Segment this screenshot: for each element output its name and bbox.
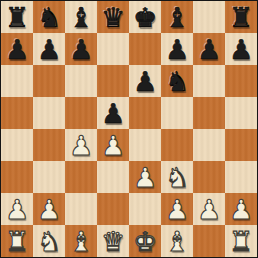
piece-black-knight[interactable]: ♞ bbox=[37, 4, 61, 31]
square-e2[interactable] bbox=[129, 193, 161, 225]
piece-white-pawn[interactable]: ♟ bbox=[133, 164, 157, 191]
square-g1[interactable] bbox=[193, 225, 225, 257]
square-a4[interactable] bbox=[1, 129, 33, 161]
square-e6[interactable]: ♟ bbox=[129, 65, 161, 97]
square-a3[interactable] bbox=[1, 161, 33, 193]
piece-white-rook[interactable]: ♜ bbox=[229, 228, 253, 255]
piece-black-knight[interactable]: ♞ bbox=[165, 68, 189, 95]
square-g5[interactable] bbox=[193, 97, 225, 129]
piece-black-rook[interactable]: ♜ bbox=[5, 4, 29, 31]
square-e7[interactable] bbox=[129, 33, 161, 65]
square-h6[interactable] bbox=[225, 65, 257, 97]
square-c5[interactable] bbox=[65, 97, 97, 129]
piece-black-king[interactable]: ♚ bbox=[133, 4, 157, 31]
square-e1[interactable]: ♚ bbox=[129, 225, 161, 257]
square-a2[interactable]: ♟ bbox=[1, 193, 33, 225]
piece-white-rook[interactable]: ♜ bbox=[5, 228, 29, 255]
square-e8[interactable]: ♚ bbox=[129, 1, 161, 33]
square-d6[interactable] bbox=[97, 65, 129, 97]
square-b6[interactable] bbox=[33, 65, 65, 97]
piece-black-bishop[interactable]: ♝ bbox=[165, 4, 189, 31]
square-h5[interactable] bbox=[225, 97, 257, 129]
piece-white-knight[interactable]: ♞ bbox=[165, 164, 189, 191]
square-f6[interactable]: ♞ bbox=[161, 65, 193, 97]
square-f5[interactable] bbox=[161, 97, 193, 129]
square-e5[interactable] bbox=[129, 97, 161, 129]
square-a5[interactable] bbox=[1, 97, 33, 129]
square-c8[interactable]: ♝ bbox=[65, 1, 97, 33]
square-e4[interactable] bbox=[129, 129, 161, 161]
square-b8[interactable]: ♞ bbox=[33, 1, 65, 33]
square-g8[interactable] bbox=[193, 1, 225, 33]
piece-white-pawn[interactable]: ♟ bbox=[197, 196, 221, 223]
chess-board: ♜♞♝♛♚♝♜♟♟♟♟♟♟♟♞♟♟♟♟♞♟♟♟♟♟♜♞♝♛♚♝♜ bbox=[0, 0, 258, 258]
square-h1[interactable]: ♜ bbox=[225, 225, 257, 257]
square-h3[interactable] bbox=[225, 161, 257, 193]
square-a1[interactable]: ♜ bbox=[1, 225, 33, 257]
square-d3[interactable] bbox=[97, 161, 129, 193]
square-g7[interactable]: ♟ bbox=[193, 33, 225, 65]
piece-white-bishop[interactable]: ♝ bbox=[165, 228, 189, 255]
piece-white-pawn[interactable]: ♟ bbox=[69, 132, 93, 159]
square-h7[interactable]: ♟ bbox=[225, 33, 257, 65]
piece-black-pawn[interactable]: ♟ bbox=[229, 36, 253, 63]
square-f8[interactable]: ♝ bbox=[161, 1, 193, 33]
piece-black-pawn[interactable]: ♟ bbox=[197, 36, 221, 63]
piece-black-rook[interactable]: ♜ bbox=[229, 4, 253, 31]
square-b4[interactable] bbox=[33, 129, 65, 161]
square-a7[interactable]: ♟ bbox=[1, 33, 33, 65]
square-h2[interactable]: ♟ bbox=[225, 193, 257, 225]
square-f3[interactable]: ♞ bbox=[161, 161, 193, 193]
square-h4[interactable] bbox=[225, 129, 257, 161]
square-b1[interactable]: ♞ bbox=[33, 225, 65, 257]
square-f2[interactable]: ♟ bbox=[161, 193, 193, 225]
square-c2[interactable] bbox=[65, 193, 97, 225]
piece-white-pawn[interactable]: ♟ bbox=[101, 132, 125, 159]
piece-black-queen[interactable]: ♛ bbox=[101, 4, 125, 31]
square-f7[interactable]: ♟ bbox=[161, 33, 193, 65]
square-d2[interactable] bbox=[97, 193, 129, 225]
square-d8[interactable]: ♛ bbox=[97, 1, 129, 33]
piece-black-pawn[interactable]: ♟ bbox=[5, 36, 29, 63]
piece-white-pawn[interactable]: ♟ bbox=[5, 196, 29, 223]
piece-white-king[interactable]: ♚ bbox=[133, 228, 157, 255]
square-g6[interactable] bbox=[193, 65, 225, 97]
square-c7[interactable]: ♟ bbox=[65, 33, 97, 65]
piece-white-bishop[interactable]: ♝ bbox=[69, 228, 93, 255]
piece-white-knight[interactable]: ♞ bbox=[37, 228, 61, 255]
square-a6[interactable] bbox=[1, 65, 33, 97]
square-f4[interactable] bbox=[161, 129, 193, 161]
piece-black-pawn[interactable]: ♟ bbox=[133, 68, 157, 95]
square-a8[interactable]: ♜ bbox=[1, 1, 33, 33]
square-d7[interactable] bbox=[97, 33, 129, 65]
square-g4[interactable] bbox=[193, 129, 225, 161]
piece-white-queen[interactable]: ♛ bbox=[101, 228, 125, 255]
square-b3[interactable] bbox=[33, 161, 65, 193]
chess-diagram: ♜♞♝♛♚♝♜♟♟♟♟♟♟♟♞♟♟♟♟♞♟♟♟♟♟♜♞♝♛♚♝♜ bbox=[0, 0, 258, 258]
piece-white-pawn[interactable]: ♟ bbox=[37, 196, 61, 223]
square-d4[interactable]: ♟ bbox=[97, 129, 129, 161]
square-c6[interactable] bbox=[65, 65, 97, 97]
square-f1[interactable]: ♝ bbox=[161, 225, 193, 257]
piece-black-bishop[interactable]: ♝ bbox=[69, 4, 93, 31]
square-e3[interactable]: ♟ bbox=[129, 161, 161, 193]
piece-black-pawn[interactable]: ♟ bbox=[101, 100, 125, 127]
square-h8[interactable]: ♜ bbox=[225, 1, 257, 33]
piece-black-pawn[interactable]: ♟ bbox=[69, 36, 93, 63]
square-d5[interactable]: ♟ bbox=[97, 97, 129, 129]
square-c4[interactable]: ♟ bbox=[65, 129, 97, 161]
square-b5[interactable] bbox=[33, 97, 65, 129]
piece-black-pawn[interactable]: ♟ bbox=[37, 36, 61, 63]
square-b7[interactable]: ♟ bbox=[33, 33, 65, 65]
square-c1[interactable]: ♝ bbox=[65, 225, 97, 257]
square-g3[interactable] bbox=[193, 161, 225, 193]
square-d1[interactable]: ♛ bbox=[97, 225, 129, 257]
piece-black-pawn[interactable]: ♟ bbox=[165, 36, 189, 63]
square-c3[interactable] bbox=[65, 161, 97, 193]
square-g2[interactable]: ♟ bbox=[193, 193, 225, 225]
piece-white-pawn[interactable]: ♟ bbox=[165, 196, 189, 223]
square-b2[interactable]: ♟ bbox=[33, 193, 65, 225]
piece-white-pawn[interactable]: ♟ bbox=[229, 196, 253, 223]
